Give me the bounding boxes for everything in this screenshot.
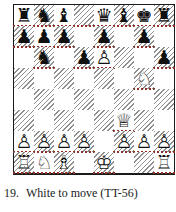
square-c7[interactable]: ♟: [54, 26, 74, 47]
square-f2[interactable]: ♟♙: [114, 131, 134, 152]
square-d2[interactable]: ♟♙: [74, 131, 94, 152]
piece-white-knight: ♘: [34, 152, 54, 173]
square-b5[interactable]: [34, 68, 54, 89]
piece-white-king: ♔: [94, 152, 114, 173]
piece-white-pawn: ♙: [134, 131, 154, 152]
spellcheck-squiggle: [53, 172, 75, 174]
piece-fill: ♚: [94, 152, 114, 173]
piece-fill: ♞: [34, 152, 54, 173]
square-e6[interactable]: ♟♙: [94, 47, 114, 68]
square-f6[interactable]: [114, 47, 134, 68]
piece-black-pawn: ♟: [94, 26, 114, 47]
spellcheck-squiggle: [93, 172, 115, 174]
piece-white-pawn: ♙: [114, 131, 134, 152]
piece-fill: ♟: [134, 131, 154, 152]
square-h5[interactable]: [154, 68, 174, 89]
spellcheck-squiggle: [153, 172, 175, 174]
square-b7[interactable]: ♟: [34, 26, 54, 47]
square-d3[interactable]: [74, 110, 94, 131]
square-e4[interactable]: [94, 89, 114, 110]
square-b3[interactable]: [34, 110, 54, 131]
square-c1[interactable]: ♝♗: [54, 152, 74, 173]
piece-black-rook: ♜: [154, 5, 174, 26]
square-d6[interactable]: ♟: [74, 47, 94, 68]
square-c4[interactable]: [54, 89, 74, 110]
spellcheck-squiggle: [13, 172, 35, 174]
piece-black-queen: ♛: [94, 5, 114, 26]
piece-fill: ♟: [54, 131, 74, 152]
square-f7[interactable]: [114, 26, 134, 47]
square-b2[interactable]: ♟♙: [34, 131, 54, 152]
square-h4[interactable]: [154, 89, 174, 110]
square-f4[interactable]: [114, 89, 134, 110]
square-f3[interactable]: ♛♕: [114, 110, 134, 131]
square-a6[interactable]: [14, 47, 34, 68]
piece-black-knight: ♞: [34, 5, 54, 26]
square-e7[interactable]: ♟: [94, 26, 114, 47]
square-b4[interactable]: [34, 89, 54, 110]
square-b8[interactable]: ♞: [34, 5, 54, 26]
square-f8[interactable]: ♝: [114, 5, 134, 26]
caption-text: White to move (TT-56): [26, 186, 138, 200]
diagram-number: 19.: [4, 186, 19, 200]
square-h3[interactable]: [154, 110, 174, 131]
square-g7[interactable]: ♟: [134, 26, 154, 47]
piece-black-rook: ♜: [14, 5, 34, 26]
piece-white-pawn: ♙: [14, 131, 34, 152]
square-a3[interactable]: [14, 110, 34, 131]
piece-black-bishop: ♝: [54, 5, 74, 26]
piece-black-king: ♚: [134, 5, 154, 26]
spellcheck-squiggle: [33, 172, 55, 174]
square-d5[interactable]: [74, 68, 94, 89]
piece-fill: ♟: [114, 131, 134, 152]
piece-fill: ♛: [114, 110, 134, 131]
square-a2[interactable]: ♟♙: [14, 131, 34, 152]
square-h2[interactable]: ♟♙: [154, 131, 174, 152]
square-a5[interactable]: [14, 68, 34, 89]
square-g3[interactable]: [134, 110, 154, 131]
piece-black-pawn: ♟: [134, 26, 154, 47]
square-b6[interactable]: ♞: [34, 47, 54, 68]
square-a8[interactable]: ♜: [14, 5, 34, 26]
square-g4[interactable]: [134, 89, 154, 110]
square-a7[interactable]: ♟: [14, 26, 34, 47]
square-f1[interactable]: [114, 152, 134, 173]
square-e5[interactable]: [94, 68, 114, 89]
square-b1[interactable]: ♞♘: [34, 152, 54, 173]
chess-board: ♜♞♝♛♝♚♜♟♟♟♟♟♞♟♟♙♟♞♘♛♕♟♙♟♙♟♙♟♙♟♙♟♙♟♙♜♖♞♘♝…: [13, 4, 175, 175]
piece-black-pawn: ♟: [74, 47, 94, 68]
square-a1[interactable]: ♜♖: [14, 152, 34, 173]
piece-black-bishop: ♝: [114, 5, 134, 26]
piece-black-pawn: ♟: [14, 26, 34, 47]
square-c6[interactable]: [54, 47, 74, 68]
piece-white-pawn: ♙: [74, 131, 94, 152]
piece-white-knight: ♘: [134, 68, 154, 89]
piece-white-pawn: ♙: [94, 47, 114, 68]
piece-fill: ♜: [154, 152, 174, 173]
square-a4[interactable]: [14, 89, 34, 110]
square-e8[interactable]: ♛: [94, 5, 114, 26]
piece-black-knight: ♞: [34, 47, 54, 68]
square-e2[interactable]: [94, 131, 114, 152]
square-h8[interactable]: ♜: [154, 5, 174, 26]
square-h6[interactable]: ♟: [154, 47, 174, 68]
piece-white-pawn: ♙: [34, 131, 54, 152]
piece-fill: ♟: [14, 131, 34, 152]
square-g1[interactable]: [134, 152, 154, 173]
piece-black-pawn: ♟: [34, 26, 54, 47]
square-d4[interactable]: [74, 89, 94, 110]
piece-black-pawn: ♟: [54, 26, 74, 47]
piece-fill: ♞: [134, 68, 154, 89]
square-d7[interactable]: [74, 26, 94, 47]
square-h7[interactable]: [154, 26, 174, 47]
square-h1[interactable]: ♜♖: [154, 152, 174, 173]
piece-white-bishop: ♗: [54, 152, 74, 173]
piece-white-rook: ♖: [154, 152, 174, 173]
square-d8[interactable]: [74, 5, 94, 26]
piece-fill: ♟: [34, 131, 54, 152]
piece-fill: ♟: [74, 131, 94, 152]
piece-fill: ♟: [94, 47, 114, 68]
square-f5[interactable]: [114, 68, 134, 89]
piece-fill: ♟: [154, 131, 174, 152]
piece-black-pawn: ♟: [154, 47, 174, 68]
square-g2[interactable]: ♟♙: [134, 131, 154, 152]
piece-white-rook: ♖: [14, 152, 34, 173]
piece-fill: ♝: [54, 152, 74, 173]
piece-white-pawn: ♙: [54, 131, 74, 152]
piece-fill: ♜: [14, 152, 34, 173]
square-d1[interactable]: [74, 152, 94, 173]
square-c8[interactable]: ♝: [54, 5, 74, 26]
square-e3[interactable]: [94, 110, 114, 131]
piece-white-queen: ♕: [114, 110, 134, 131]
diagram-caption: 19.White to move (TT-56): [4, 186, 174, 201]
square-g6[interactable]: [134, 47, 154, 68]
square-c3[interactable]: [54, 110, 74, 131]
square-g8[interactable]: ♚: [134, 5, 154, 26]
square-g5[interactable]: ♞♘: [134, 68, 154, 89]
square-c5[interactable]: [54, 68, 74, 89]
square-c2[interactable]: ♟♙: [54, 131, 74, 152]
square-e1[interactable]: ♚♔: [94, 152, 114, 173]
piece-white-pawn: ♙: [154, 131, 174, 152]
